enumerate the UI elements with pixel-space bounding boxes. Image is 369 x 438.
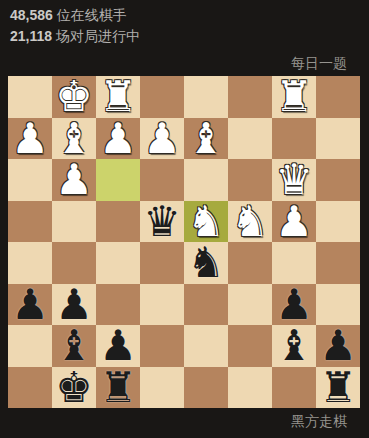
square-h4[interactable] <box>8 201 52 243</box>
square-e5[interactable] <box>140 242 184 284</box>
piece-white-pawn[interactable]: ♟ <box>143 118 181 160</box>
piece-black-pawn[interactable]: ♟ <box>319 325 357 367</box>
square-e4[interactable]: ♛ <box>140 201 184 243</box>
chess-board[interactable]: ♚♜♜♟♝♟♟♝♟♛♛♞♞♟♞♟♟♟♝♟♝♟♚♜♜ <box>8 76 360 408</box>
square-b3[interactable]: ♛ <box>272 159 316 201</box>
daily-puzzle-widget: 48,586 位在线棋手 21,118 场对局进行中 每日一题 ♚♜♜♟♝♟♟♝… <box>0 0 369 438</box>
square-e8[interactable] <box>140 367 184 409</box>
square-f6[interactable] <box>96 284 140 326</box>
piece-white-king[interactable]: ♚ <box>55 76 93 118</box>
square-d8[interactable] <box>184 367 228 409</box>
square-c3[interactable] <box>228 159 272 201</box>
square-a8[interactable]: ♜ <box>316 367 360 409</box>
piece-black-queen[interactable]: ♛ <box>143 201 181 243</box>
square-a4[interactable] <box>316 201 360 243</box>
square-a7[interactable]: ♟ <box>316 325 360 367</box>
square-c7[interactable] <box>228 325 272 367</box>
square-g8[interactable]: ♚ <box>52 367 96 409</box>
square-e7[interactable] <box>140 325 184 367</box>
games-in-progress-count: 21,118 <box>10 28 52 44</box>
square-g7[interactable]: ♝ <box>52 325 96 367</box>
square-b7[interactable]: ♝ <box>272 325 316 367</box>
piece-white-rook[interactable]: ♜ <box>99 76 137 118</box>
square-b5[interactable] <box>272 242 316 284</box>
piece-black-pawn[interactable]: ♟ <box>11 284 49 326</box>
square-e6[interactable] <box>140 284 184 326</box>
piece-white-queen[interactable]: ♛ <box>275 159 313 201</box>
piece-black-rook[interactable]: ♜ <box>319 367 357 409</box>
square-c4[interactable]: ♞ <box>228 201 272 243</box>
piece-white-pawn[interactable]: ♟ <box>55 159 93 201</box>
piece-black-pawn[interactable]: ♟ <box>55 284 93 326</box>
online-players-count: 48,586 <box>10 7 53 23</box>
square-e1[interactable] <box>140 76 184 118</box>
piece-white-pawn[interactable]: ♟ <box>11 118 49 160</box>
square-h7[interactable] <box>8 325 52 367</box>
square-d3[interactable] <box>184 159 228 201</box>
square-c1[interactable] <box>228 76 272 118</box>
square-b2[interactable] <box>272 118 316 160</box>
square-e3[interactable] <box>140 159 184 201</box>
stats-header: 48,586 位在线棋手 21,118 场对局进行中 <box>10 5 140 47</box>
square-f1[interactable]: ♜ <box>96 76 140 118</box>
square-a5[interactable] <box>316 242 360 284</box>
piece-white-pawn[interactable]: ♟ <box>275 201 313 243</box>
square-g3[interactable]: ♟ <box>52 159 96 201</box>
square-g5[interactable] <box>52 242 96 284</box>
square-a2[interactable] <box>316 118 360 160</box>
daily-puzzle-title[interactable]: 每日一题 <box>291 55 347 73</box>
side-to-move-label: 黑方走棋 <box>291 413 347 431</box>
square-h8[interactable] <box>8 367 52 409</box>
square-b8[interactable] <box>272 367 316 409</box>
games-in-progress-stat: 21,118 场对局进行中 <box>10 26 140 47</box>
square-f2[interactable]: ♟ <box>96 118 140 160</box>
square-d1[interactable] <box>184 76 228 118</box>
square-d7[interactable] <box>184 325 228 367</box>
piece-black-pawn[interactable]: ♟ <box>99 325 137 367</box>
square-h2[interactable]: ♟ <box>8 118 52 160</box>
online-players-stat: 48,586 位在线棋手 <box>10 5 140 26</box>
piece-black-pawn[interactable]: ♟ <box>275 284 313 326</box>
square-d4[interactable]: ♞ <box>184 201 228 243</box>
piece-black-knight[interactable]: ♞ <box>187 242 225 284</box>
online-players-label: 位在线棋手 <box>57 7 127 23</box>
piece-black-rook[interactable]: ♜ <box>99 367 137 409</box>
piece-black-bishop[interactable]: ♝ <box>275 325 313 367</box>
games-in-progress-label: 场对局进行中 <box>56 28 140 44</box>
piece-black-king[interactable]: ♚ <box>55 367 93 409</box>
piece-black-bishop[interactable]: ♝ <box>55 325 93 367</box>
square-d5[interactable]: ♞ <box>184 242 228 284</box>
square-a6[interactable] <box>316 284 360 326</box>
square-d2[interactable]: ♝ <box>184 118 228 160</box>
square-g4[interactable] <box>52 201 96 243</box>
square-h5[interactable] <box>8 242 52 284</box>
square-g2[interactable]: ♝ <box>52 118 96 160</box>
square-b4[interactable]: ♟ <box>272 201 316 243</box>
square-b1[interactable]: ♜ <box>272 76 316 118</box>
square-d6[interactable] <box>184 284 228 326</box>
square-c6[interactable] <box>228 284 272 326</box>
piece-white-pawn[interactable]: ♟ <box>99 118 137 160</box>
square-f4[interactable] <box>96 201 140 243</box>
piece-white-bishop[interactable]: ♝ <box>55 118 93 160</box>
square-c2[interactable] <box>228 118 272 160</box>
square-g6[interactable]: ♟ <box>52 284 96 326</box>
piece-white-bishop[interactable]: ♝ <box>187 118 225 160</box>
square-f7[interactable]: ♟ <box>96 325 140 367</box>
piece-white-knight[interactable]: ♞ <box>231 201 269 243</box>
square-c5[interactable] <box>228 242 272 284</box>
square-h3[interactable] <box>8 159 52 201</box>
square-b6[interactable]: ♟ <box>272 284 316 326</box>
square-h1[interactable] <box>8 76 52 118</box>
square-f5[interactable] <box>96 242 140 284</box>
square-e2[interactable]: ♟ <box>140 118 184 160</box>
square-f8[interactable]: ♜ <box>96 367 140 409</box>
square-c8[interactable] <box>228 367 272 409</box>
square-a1[interactable] <box>316 76 360 118</box>
square-h6[interactable]: ♟ <box>8 284 52 326</box>
square-g1[interactable]: ♚ <box>52 76 96 118</box>
piece-white-knight[interactable]: ♞ <box>187 201 225 243</box>
square-f3[interactable] <box>96 159 140 201</box>
piece-white-rook[interactable]: ♜ <box>275 76 313 118</box>
square-a3[interactable] <box>316 159 360 201</box>
